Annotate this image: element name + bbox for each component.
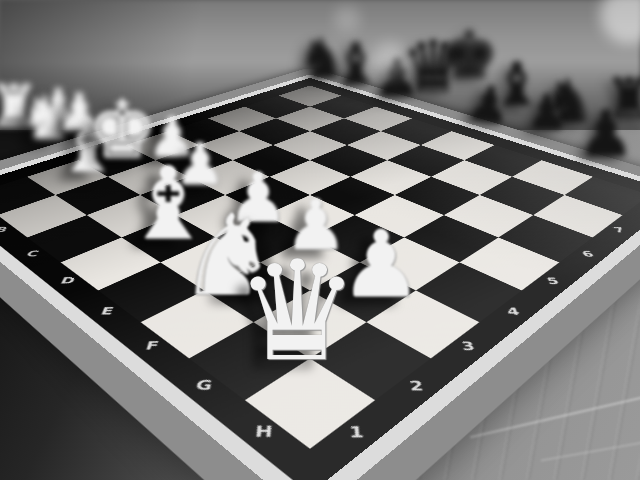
piece-white-queen-h1[interactable]: ♛ [235, 243, 359, 381]
rank-label-4: 4 [499, 306, 530, 317]
piece-black-pawn-f7[interactable]: ♟ [463, 77, 515, 133]
file-label-C: C [0, 249, 70, 258]
bokeh-highlight [334, 6, 360, 32]
rank-label-1: 1 [341, 423, 375, 441]
bokeh-highlight [372, 42, 408, 78]
piece-black-pawn-h7[interactable]: ♟ [577, 102, 634, 166]
file-label-H: H [215, 423, 313, 441]
rank-label-6: 6 [574, 250, 603, 259]
photo-stage: ABCDEFGH 12345678 ♞♝♛♚♝♞♜♟♟♟♟♜♟♞♟♝♚♟♟♝♟♟… [0, 0, 640, 480]
rank-label-7: 7 [606, 226, 634, 234]
piece-black-pawn-g7[interactable]: ♟ [525, 88, 568, 136]
file-label-F: F [109, 339, 196, 352]
file-label-B: B [0, 226, 37, 234]
rank-label-2: 2 [401, 378, 434, 393]
rank-label-5: 5 [539, 276, 569, 286]
file-label-D: D [29, 275, 108, 285]
rank-label-3: 3 [453, 340, 485, 353]
file-label-E: E [66, 305, 149, 316]
rank-label-8: 8 [634, 205, 640, 212]
